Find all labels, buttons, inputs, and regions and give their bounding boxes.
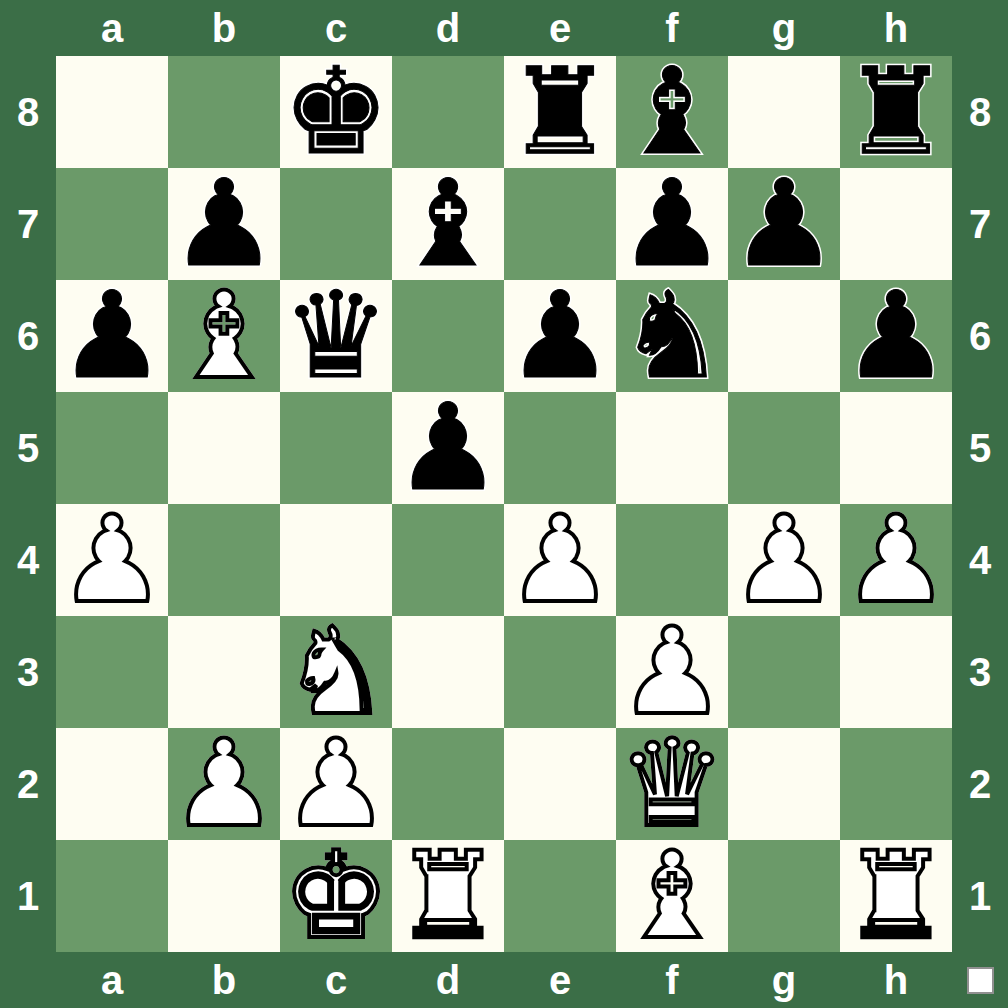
piece-glyph: ♟ (280, 728, 392, 840)
piece-glyph: ♟ (168, 728, 280, 840)
piece-glyph: ♟ (392, 392, 504, 504)
square-h3[interactable] (840, 616, 952, 728)
rank-label-right-8: 8 (952, 56, 1008, 168)
square-d6[interactable] (392, 280, 504, 392)
piece-black-bishop[interactable]: ♝♝ (392, 168, 504, 280)
piece-glyph: ♟ (168, 168, 280, 280)
piece-black-rook[interactable]: ♜♜ (504, 56, 616, 168)
square-e7[interactable] (504, 168, 616, 280)
piece-glyph: ♝ (392, 168, 504, 280)
piece-white-bishop[interactable]: ♝♝ (168, 280, 280, 392)
square-g4[interactable]: ♟♟ (728, 504, 840, 616)
square-c7[interactable] (280, 168, 392, 280)
square-c1[interactable]: ♚♚ (280, 840, 392, 952)
piece-glyph-under: ♜ (504, 56, 616, 168)
square-f7[interactable]: ♟♟ (616, 168, 728, 280)
square-e2[interactable] (504, 728, 616, 840)
square-d8[interactable] (392, 56, 504, 168)
piece-glyph: ♟ (504, 504, 616, 616)
square-d5[interactable]: ♟♟ (392, 392, 504, 504)
piece-glyph: ♟ (616, 168, 728, 280)
square-a5[interactable] (56, 392, 168, 504)
square-d7[interactable]: ♝♝ (392, 168, 504, 280)
square-c4[interactable] (280, 504, 392, 616)
square-h7[interactable] (840, 168, 952, 280)
piece-glyph: ♞ (280, 616, 392, 728)
piece-glyph: ♜ (504, 56, 616, 168)
piece-glyph: ♜ (840, 56, 952, 168)
piece-glyph: ♛ (616, 728, 728, 840)
square-a6[interactable]: ♟♟ (56, 280, 168, 392)
rank-label-left-7: 7 (0, 168, 56, 280)
corner-bottom-left (0, 952, 56, 1008)
file-label-bottom-d: d (392, 952, 504, 1008)
rank-label-left-2: 2 (0, 728, 56, 840)
file-label-bottom-g: g (728, 952, 840, 1008)
piece-glyph-under: ♝ (616, 56, 728, 168)
file-label-top-a: a (56, 0, 168, 56)
piece-glyph-under: ♟ (504, 280, 616, 392)
square-e8[interactable]: ♜♜ (504, 56, 616, 168)
square-h4[interactable]: ♟♟ (840, 504, 952, 616)
piece-glyph-under: ♝ (392, 168, 504, 280)
corner-top-right (952, 0, 1008, 56)
piece-glyph-under: ♟ (168, 728, 280, 840)
side-to-move-indicator (967, 967, 994, 994)
piece-white-knight[interactable]: ♞♞ (280, 616, 392, 728)
square-f5[interactable] (616, 392, 728, 504)
file-label-bottom-h: h (840, 952, 952, 1008)
corner-top-left (0, 0, 56, 56)
piece-black-pawn[interactable]: ♟♟ (728, 168, 840, 280)
piece-white-pawn[interactable]: ♟♟ (280, 728, 392, 840)
piece-glyph-under: ♜ (392, 840, 504, 952)
corner-bottom-right (952, 952, 1008, 1008)
piece-glyph-under: ♟ (616, 168, 728, 280)
rank-label-left-4: 4 (0, 504, 56, 616)
piece-glyph: ♟ (56, 504, 168, 616)
square-f6[interactable]: ♞♞ (616, 280, 728, 392)
square-f8[interactable]: ♝♝ (616, 56, 728, 168)
piece-glyph: ♟ (840, 280, 952, 392)
rank-label-left-1: 1 (0, 840, 56, 952)
file-label-top-d: d (392, 0, 504, 56)
file-label-bottom-a: a (56, 952, 168, 1008)
square-e4[interactable]: ♟♟ (504, 504, 616, 616)
piece-glyph-under: ♝ (168, 280, 280, 392)
square-b1[interactable] (168, 840, 280, 952)
piece-glyph: ♟ (616, 616, 728, 728)
piece-glyph-under: ♜ (840, 56, 952, 168)
file-label-top-c: c (280, 0, 392, 56)
square-c3[interactable]: ♞♞ (280, 616, 392, 728)
piece-glyph: ♞ (616, 280, 728, 392)
piece-black-pawn[interactable]: ♟♟ (56, 280, 168, 392)
rank-label-left-3: 3 (0, 616, 56, 728)
square-g2[interactable] (728, 728, 840, 840)
piece-glyph-under: ♞ (616, 280, 728, 392)
square-f4[interactable] (616, 504, 728, 616)
square-c8[interactable]: ♚♚ (280, 56, 392, 168)
square-h1[interactable]: ♜♜ (840, 840, 952, 952)
square-a1[interactable] (56, 840, 168, 952)
square-g8[interactable] (728, 56, 840, 168)
file-label-bottom-c: c (280, 952, 392, 1008)
piece-glyph-under: ♟ (168, 168, 280, 280)
piece-black-pawn[interactable]: ♟♟ (168, 168, 280, 280)
piece-glyph: ♟ (840, 504, 952, 616)
piece-glyph-under: ♟ (840, 504, 952, 616)
piece-glyph: ♚ (280, 840, 392, 952)
piece-glyph: ♜ (392, 840, 504, 952)
rank-label-left-5: 5 (0, 392, 56, 504)
piece-glyph: ♝ (616, 56, 728, 168)
rank-label-left-8: 8 (0, 56, 56, 168)
piece-glyph-under: ♟ (392, 392, 504, 504)
square-b8[interactable] (168, 56, 280, 168)
square-g3[interactable] (728, 616, 840, 728)
rank-label-right-2: 2 (952, 728, 1008, 840)
piece-white-king[interactable]: ♚♚ (280, 840, 392, 952)
square-a7[interactable] (56, 168, 168, 280)
piece-glyph-under: ♚ (280, 56, 392, 168)
square-f1[interactable]: ♝♝ (616, 840, 728, 952)
square-e3[interactable] (504, 616, 616, 728)
square-c2[interactable]: ♟♟ (280, 728, 392, 840)
piece-glyph: ♟ (728, 168, 840, 280)
square-h5[interactable] (840, 392, 952, 504)
piece-glyph-under: ♟ (616, 616, 728, 728)
piece-white-pawn[interactable]: ♟♟ (168, 728, 280, 840)
rank-label-right-1: 1 (952, 840, 1008, 952)
square-g5[interactable] (728, 392, 840, 504)
piece-black-pawn[interactable]: ♟♟ (616, 168, 728, 280)
piece-glyph-under: ♞ (280, 616, 392, 728)
piece-glyph: ♛ (280, 280, 392, 392)
piece-white-bishop[interactable]: ♝♝ (616, 840, 728, 952)
square-b5[interactable] (168, 392, 280, 504)
square-e1[interactable] (504, 840, 616, 952)
square-a2[interactable] (56, 728, 168, 840)
piece-glyph-under: ♛ (280, 280, 392, 392)
piece-glyph-under: ♛ (616, 728, 728, 840)
piece-glyph: ♜ (840, 840, 952, 952)
piece-white-pawn[interactable]: ♟♟ (504, 504, 616, 616)
piece-glyph-under: ♟ (56, 504, 168, 616)
square-a4[interactable]: ♟♟ (56, 504, 168, 616)
piece-glyph-under: ♚ (280, 840, 392, 952)
file-label-top-h: h (840, 0, 952, 56)
piece-glyph-under: ♟ (56, 280, 168, 392)
square-g7[interactable]: ♟♟ (728, 168, 840, 280)
file-label-top-f: f (616, 0, 728, 56)
piece-glyph: ♝ (616, 840, 728, 952)
chess-board-frame: abcdefgh8♚♚♜♜♝♝♜♜87♟♟♝♝♟♟♟♟76♟♟♝♝♛♛♟♟♞♞♟… (0, 0, 1008, 1008)
rank-label-right-4: 4 (952, 504, 1008, 616)
piece-glyph-under: ♟ (840, 280, 952, 392)
square-c5[interactable] (280, 392, 392, 504)
piece-glyph-under: ♜ (840, 840, 952, 952)
square-d3[interactable] (392, 616, 504, 728)
piece-glyph-under: ♟ (504, 504, 616, 616)
piece-black-king[interactable]: ♚♚ (280, 56, 392, 168)
file-label-top-b: b (168, 0, 280, 56)
piece-glyph-under: ♝ (616, 840, 728, 952)
square-d1[interactable]: ♜♜ (392, 840, 504, 952)
square-g1[interactable] (728, 840, 840, 952)
square-h2[interactable] (840, 728, 952, 840)
file-label-top-e: e (504, 0, 616, 56)
piece-white-pawn[interactable]: ♟♟ (56, 504, 168, 616)
square-a8[interactable] (56, 56, 168, 168)
square-a3[interactable] (56, 616, 168, 728)
piece-black-queen[interactable]: ♛♛ (280, 280, 392, 392)
square-f3[interactable]: ♟♟ (616, 616, 728, 728)
piece-glyph: ♝ (168, 280, 280, 392)
piece-glyph: ♟ (56, 280, 168, 392)
piece-black-pawn[interactable]: ♟♟ (392, 392, 504, 504)
rank-label-right-5: 5 (952, 392, 1008, 504)
rank-label-right-7: 7 (952, 168, 1008, 280)
piece-white-rook[interactable]: ♜♜ (840, 840, 952, 952)
piece-glyph: ♟ (504, 280, 616, 392)
piece-glyph: ♚ (280, 56, 392, 168)
square-h8[interactable]: ♜♜ (840, 56, 952, 168)
rank-label-right-6: 6 (952, 280, 1008, 392)
piece-glyph-under: ♟ (728, 168, 840, 280)
piece-white-queen[interactable]: ♛♛ (616, 728, 728, 840)
piece-white-pawn[interactable]: ♟♟ (616, 616, 728, 728)
square-g6[interactable] (728, 280, 840, 392)
piece-black-rook[interactable]: ♜♜ (840, 56, 952, 168)
piece-white-pawn[interactable]: ♟♟ (728, 504, 840, 616)
rank-label-left-6: 6 (0, 280, 56, 392)
square-b2[interactable]: ♟♟ (168, 728, 280, 840)
file-label-bottom-f: f (616, 952, 728, 1008)
piece-white-rook[interactable]: ♜♜ (392, 840, 504, 952)
file-label-bottom-e: e (504, 952, 616, 1008)
piece-glyph-under: ♟ (728, 504, 840, 616)
square-e5[interactable] (504, 392, 616, 504)
piece-black-knight[interactable]: ♞♞ (616, 280, 728, 392)
file-label-top-g: g (728, 0, 840, 56)
piece-black-bishop[interactable]: ♝♝ (616, 56, 728, 168)
piece-white-pawn[interactable]: ♟♟ (840, 504, 952, 616)
square-b4[interactable] (168, 504, 280, 616)
piece-glyph: ♟ (728, 504, 840, 616)
square-b3[interactable] (168, 616, 280, 728)
file-label-bottom-b: b (168, 952, 280, 1008)
square-b6[interactable]: ♝♝ (168, 280, 280, 392)
rank-label-right-3: 3 (952, 616, 1008, 728)
square-h6[interactable]: ♟♟ (840, 280, 952, 392)
piece-black-pawn[interactable]: ♟♟ (840, 280, 952, 392)
square-d2[interactable] (392, 728, 504, 840)
square-d4[interactable] (392, 504, 504, 616)
piece-glyph-under: ♟ (280, 728, 392, 840)
square-e6[interactable]: ♟♟ (504, 280, 616, 392)
square-b7[interactable]: ♟♟ (168, 168, 280, 280)
piece-black-pawn[interactable]: ♟♟ (504, 280, 616, 392)
square-f2[interactable]: ♛♛ (616, 728, 728, 840)
square-c6[interactable]: ♛♛ (280, 280, 392, 392)
